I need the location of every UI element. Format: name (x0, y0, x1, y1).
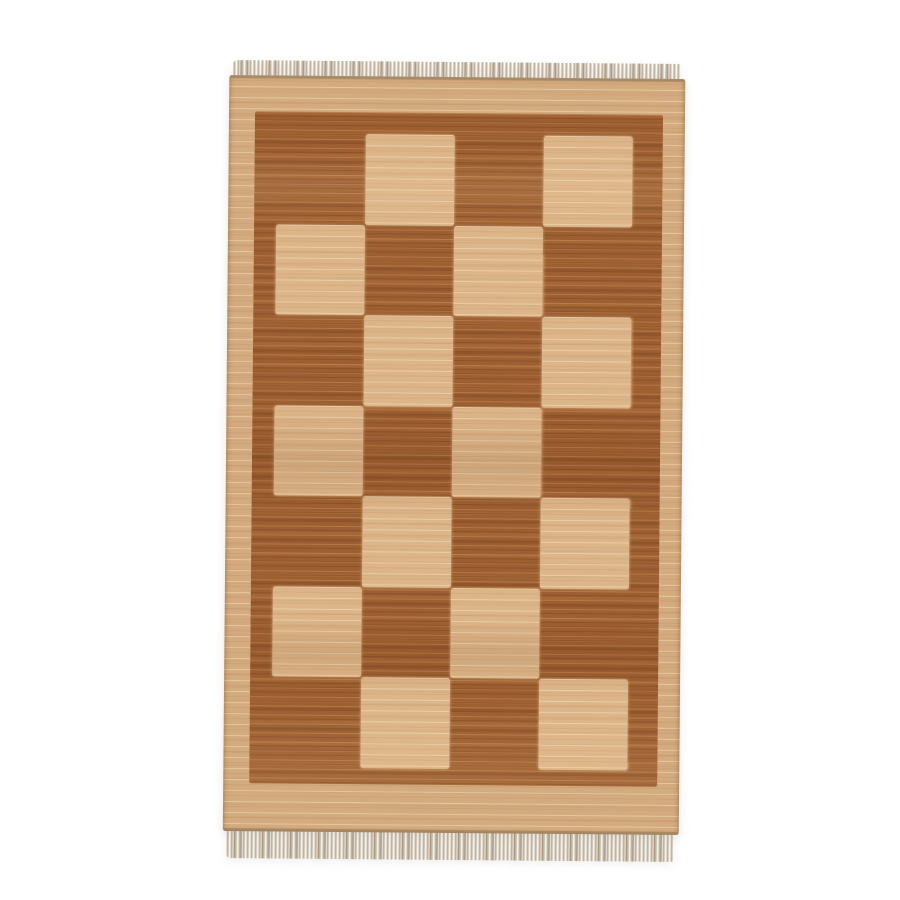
cell-r1c4-light (543, 136, 633, 227)
cell-r7c2-light (360, 678, 450, 769)
cell-r4c4-dark (541, 407, 631, 498)
cell-r3c4-light (541, 317, 631, 408)
cell-r5c2-light (362, 496, 452, 587)
cell-r3c2-light (363, 315, 453, 406)
cell-r2c1-light (275, 224, 365, 315)
cell-r4c2-dark (363, 406, 453, 497)
cell-r6c4-dark (539, 589, 629, 680)
checkerboard-grid (271, 133, 633, 770)
cell-r5c3-dark (451, 497, 541, 588)
cell-r7c3-dark (449, 678, 539, 769)
cell-r1c1-dark (276, 133, 366, 224)
cell-r7c1-dark (271, 677, 361, 768)
cell-r3c1-dark (274, 315, 364, 406)
cell-r6c3-light (450, 588, 540, 679)
cell-r5c1-dark (273, 496, 363, 587)
cell-r7c4-light (538, 679, 628, 770)
cell-r2c3-light (453, 226, 543, 317)
cell-r6c2-dark (361, 587, 451, 678)
board-field (249, 111, 663, 787)
cell-r6c1-light (272, 586, 362, 677)
cell-r3c3-dark (452, 316, 542, 407)
cell-r1c2-light (365, 134, 455, 225)
cell-r2c2-dark (364, 225, 454, 316)
cell-r2c4-dark (542, 226, 632, 317)
cell-r1c3-dark (454, 135, 544, 226)
cell-r5c4-light (540, 498, 630, 589)
cell-r4c3-light (452, 407, 542, 498)
fringe-bottom (227, 831, 675, 862)
white-backdrop (0, 0, 900, 900)
cell-r4c1-light (274, 405, 364, 496)
rug-body-border (223, 75, 686, 835)
checkerboard-rug (223, 60, 686, 862)
